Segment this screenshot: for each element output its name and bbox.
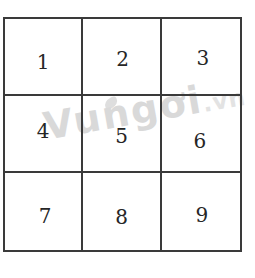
grid-board: 1 2 3 4 5 6 7 8 9 — [3, 17, 242, 252]
grid-cell-r1c2: 2 — [83, 19, 161, 96]
cell-number: 5 — [115, 126, 128, 146]
cell-number: 2 — [116, 49, 129, 69]
grid-cell-r2c1: 4 — [5, 96, 83, 173]
grid-cell-r2c2: 5 — [83, 96, 161, 173]
grid-cell-r3c1: 7 — [5, 173, 83, 250]
cell-number: 3 — [196, 48, 209, 68]
cell-number: 7 — [39, 206, 52, 226]
cell-number: 9 — [195, 205, 208, 225]
cell-number: 4 — [37, 121, 50, 141]
grid-cell-r3c3: 9 — [162, 173, 240, 250]
cell-number: 8 — [115, 207, 128, 227]
grid-cell-r3c2: 8 — [83, 173, 161, 250]
grid-cell-r1c3: 3 — [162, 19, 240, 96]
grid-cell-r1c1: 1 — [5, 19, 83, 96]
grid-cell-r2c3: 6 — [162, 96, 240, 173]
cell-number: 6 — [193, 131, 206, 151]
cell-number: 1 — [37, 52, 50, 72]
figure: Vungơi.vn 1 2 3 4 5 6 7 8 9 — [0, 0, 255, 278]
